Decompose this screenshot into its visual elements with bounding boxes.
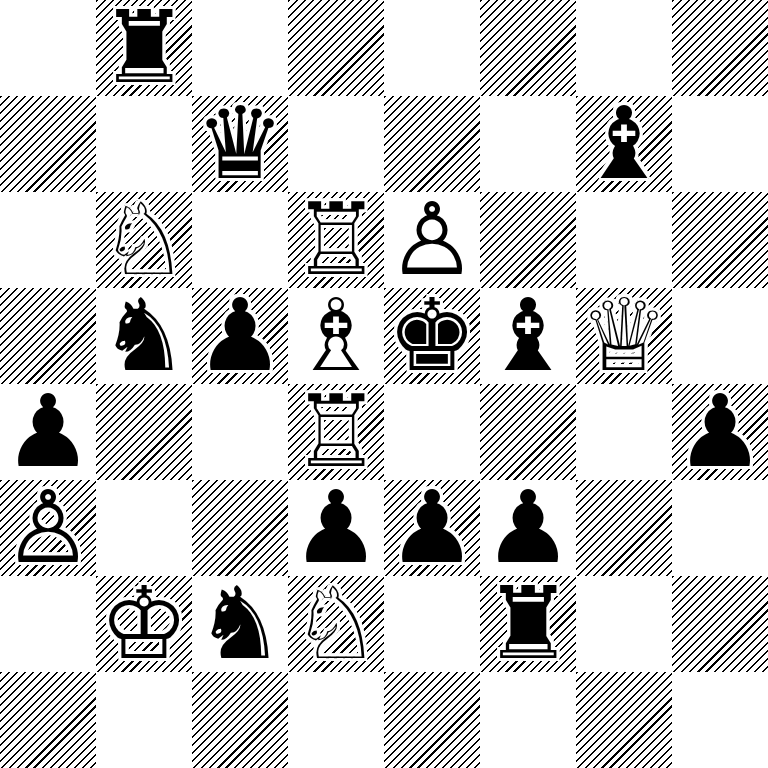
square-f2[interactable]: ♜ (480, 576, 576, 672)
square-h6[interactable] (672, 192, 768, 288)
square-d2[interactable]: ♘ (288, 576, 384, 672)
square-f8[interactable] (480, 0, 576, 96)
black-rook: ♜ (483, 576, 573, 672)
square-c7[interactable]: ♛ (192, 96, 288, 192)
square-g4[interactable] (576, 384, 672, 480)
square-b6[interactable]: ♘ (96, 192, 192, 288)
square-c3[interactable] (192, 480, 288, 576)
square-e4[interactable] (384, 384, 480, 480)
square-b5[interactable]: ♞ (96, 288, 192, 384)
square-a8[interactable] (0, 0, 96, 96)
square-d5[interactable]: ♗ (288, 288, 384, 384)
square-a4[interactable]: ♟ (0, 384, 96, 480)
black-pawn: ♟ (291, 480, 381, 576)
black-pawn: ♟ (675, 384, 765, 480)
square-c4[interactable] (192, 384, 288, 480)
chess-board: ♜♛♝♘♖♙♞♟♗♚♝♕♟♖♟♙♟♟♟♔♞♘♜ (0, 0, 768, 768)
square-b8[interactable]: ♜ (96, 0, 192, 96)
square-d3[interactable]: ♟ (288, 480, 384, 576)
square-g5[interactable]: ♕ (576, 288, 672, 384)
white-knight: ♘ (99, 192, 189, 288)
white-rook: ♖ (291, 384, 381, 480)
square-g7[interactable]: ♝ (576, 96, 672, 192)
black-queen: ♛ (195, 96, 285, 192)
white-bishop: ♗ (291, 288, 381, 384)
square-h7[interactable] (672, 96, 768, 192)
square-f6[interactable] (480, 192, 576, 288)
square-h5[interactable] (672, 288, 768, 384)
square-c5[interactable]: ♟ (192, 288, 288, 384)
black-rook: ♜ (99, 0, 189, 96)
square-d7[interactable] (288, 96, 384, 192)
square-a5[interactable] (0, 288, 96, 384)
black-bishop: ♝ (483, 288, 573, 384)
square-c1[interactable] (192, 672, 288, 768)
square-d8[interactable] (288, 0, 384, 96)
square-e7[interactable] (384, 96, 480, 192)
square-f4[interactable] (480, 384, 576, 480)
white-knight: ♘ (291, 576, 381, 672)
square-c6[interactable] (192, 192, 288, 288)
square-a7[interactable] (0, 96, 96, 192)
black-knight: ♞ (99, 288, 189, 384)
square-f5[interactable]: ♝ (480, 288, 576, 384)
square-b1[interactable] (96, 672, 192, 768)
black-pawn: ♟ (3, 384, 93, 480)
square-d6[interactable]: ♖ (288, 192, 384, 288)
square-h1[interactable] (672, 672, 768, 768)
square-c2[interactable]: ♞ (192, 576, 288, 672)
square-b7[interactable] (96, 96, 192, 192)
square-e5[interactable]: ♚ (384, 288, 480, 384)
black-pawn: ♟ (387, 480, 477, 576)
square-e1[interactable] (384, 672, 480, 768)
square-h4[interactable]: ♟ (672, 384, 768, 480)
square-b3[interactable] (96, 480, 192, 576)
square-b4[interactable] (96, 384, 192, 480)
square-e8[interactable] (384, 0, 480, 96)
square-a1[interactable] (0, 672, 96, 768)
square-g2[interactable] (576, 576, 672, 672)
black-knight: ♞ (195, 576, 285, 672)
white-king: ♔ (99, 576, 189, 672)
square-g1[interactable] (576, 672, 672, 768)
square-h2[interactable] (672, 576, 768, 672)
square-d4[interactable]: ♖ (288, 384, 384, 480)
square-a2[interactable] (0, 576, 96, 672)
square-f3[interactable]: ♟ (480, 480, 576, 576)
white-pawn: ♙ (3, 480, 93, 576)
square-e3[interactable]: ♟ (384, 480, 480, 576)
square-c8[interactable] (192, 0, 288, 96)
square-b2[interactable]: ♔ (96, 576, 192, 672)
square-d1[interactable] (288, 672, 384, 768)
square-e2[interactable] (384, 576, 480, 672)
black-pawn: ♟ (483, 480, 573, 576)
white-pawn: ♙ (387, 192, 477, 288)
white-queen: ♕ (579, 288, 669, 384)
square-f7[interactable] (480, 96, 576, 192)
black-bishop: ♝ (579, 96, 669, 192)
square-g3[interactable] (576, 480, 672, 576)
square-a6[interactable] (0, 192, 96, 288)
square-a3[interactable]: ♙ (0, 480, 96, 576)
square-f1[interactable] (480, 672, 576, 768)
square-g8[interactable] (576, 0, 672, 96)
square-h8[interactable] (672, 0, 768, 96)
white-rook: ♖ (291, 192, 381, 288)
square-h3[interactable] (672, 480, 768, 576)
square-g6[interactable] (576, 192, 672, 288)
black-pawn: ♟ (195, 288, 285, 384)
black-king: ♚ (387, 288, 477, 384)
square-e6[interactable]: ♙ (384, 192, 480, 288)
